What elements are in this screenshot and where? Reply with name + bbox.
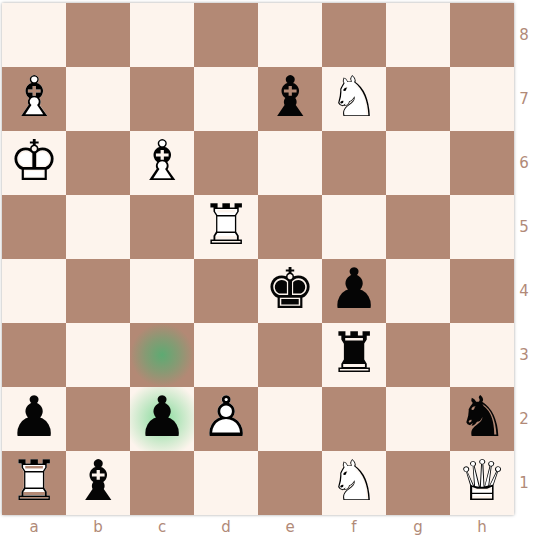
file-label-e: e	[258, 515, 322, 539]
white-knight-piece[interactable]: ♞♘	[322, 451, 386, 515]
square-g6[interactable]	[386, 131, 450, 195]
square-e2[interactable]	[258, 387, 322, 451]
file-label-h: h	[450, 515, 514, 539]
square-e8[interactable]	[258, 3, 322, 67]
square-h2[interactable]: ♞	[450, 387, 514, 451]
piece-glyph: ♟	[322, 257, 386, 321]
square-h5[interactable]	[450, 195, 514, 259]
square-c2[interactable]: ♟	[130, 387, 194, 451]
square-a4[interactable]	[2, 259, 66, 323]
piece-outline: ♔	[2, 129, 66, 193]
square-h7[interactable]	[450, 67, 514, 131]
square-e6[interactable]	[258, 131, 322, 195]
square-a2[interactable]: ♟	[2, 387, 66, 451]
square-d2[interactable]: ♟♙	[194, 387, 258, 451]
black-bishop-piece[interactable]: ♝	[258, 67, 322, 131]
black-rook-piece[interactable]: ♜	[322, 323, 386, 387]
square-e4[interactable]: ♚	[258, 259, 322, 323]
piece-glyph: ♜	[322, 321, 386, 385]
rank-label-3: 3	[515, 323, 533, 387]
square-d5[interactable]: ♜♖	[194, 195, 258, 259]
rank-label-5: 5	[515, 195, 533, 259]
square-b7[interactable]	[66, 67, 130, 131]
square-a8[interactable]	[2, 3, 66, 67]
square-b8[interactable]	[66, 3, 130, 67]
square-f1[interactable]: ♞♘	[322, 451, 386, 515]
square-d1[interactable]	[194, 451, 258, 515]
square-h1[interactable]: ♛♕	[450, 451, 514, 515]
square-a3[interactable]	[2, 323, 66, 387]
white-rook-piece[interactable]: ♜♖	[194, 195, 258, 259]
file-labels: abcdefgh	[2, 515, 514, 539]
piece-glyph: ♚	[258, 257, 322, 321]
piece-glyph: ♝	[258, 65, 322, 129]
chess-board: ♝♗♝♞♘♚♔♝♗♜♖♚♟♜♟♟♟♙♞♜♖♝♞♘♛♕	[2, 3, 514, 515]
piece-outline: ♙	[194, 385, 258, 449]
square-e7[interactable]: ♝	[258, 67, 322, 131]
file-label-f: f	[322, 515, 386, 539]
square-d8[interactable]	[194, 3, 258, 67]
piece-outline: ♕	[450, 449, 514, 513]
square-c6[interactable]: ♝♗	[130, 131, 194, 195]
square-h3[interactable]	[450, 323, 514, 387]
square-b3[interactable]	[66, 323, 130, 387]
square-c7[interactable]	[130, 67, 194, 131]
rank-label-8: 8	[515, 3, 533, 67]
square-e5[interactable]	[258, 195, 322, 259]
square-b4[interactable]	[66, 259, 130, 323]
square-b5[interactable]	[66, 195, 130, 259]
black-pawn-piece[interactable]: ♟	[322, 259, 386, 323]
square-d6[interactable]	[194, 131, 258, 195]
piece-outline: ♗	[130, 129, 194, 193]
piece-glyph: ♝	[66, 449, 130, 513]
piece-outline: ♗	[2, 65, 66, 129]
square-c1[interactable]	[130, 451, 194, 515]
black-bishop-piece[interactable]: ♝	[66, 451, 130, 515]
square-f8[interactable]	[322, 3, 386, 67]
square-g5[interactable]	[386, 195, 450, 259]
file-label-c: c	[130, 515, 194, 539]
square-f4[interactable]: ♟	[322, 259, 386, 323]
file-label-a: a	[2, 515, 66, 539]
piece-outline: ♘	[322, 449, 386, 513]
black-knight-piece[interactable]: ♞	[450, 387, 514, 451]
piece-glyph: ♟	[2, 385, 66, 449]
white-knight-piece[interactable]: ♞♘	[322, 67, 386, 131]
square-d4[interactable]	[194, 259, 258, 323]
file-label-g: g	[386, 515, 450, 539]
square-h4[interactable]	[450, 259, 514, 323]
square-g7[interactable]	[386, 67, 450, 131]
white-pawn-piece[interactable]: ♟♙	[194, 387, 258, 451]
square-f3[interactable]: ♜	[322, 323, 386, 387]
chess-app: ♝♗♝♞♘♚♔♝♗♜♖♚♟♜♟♟♟♙♞♜♖♝♞♘♛♕ 87654321 abcd…	[0, 0, 533, 539]
square-a5[interactable]	[2, 195, 66, 259]
square-a1[interactable]: ♜♖	[2, 451, 66, 515]
square-g8[interactable]	[386, 3, 450, 67]
rank-label-7: 7	[515, 67, 533, 131]
rank-label-6: 6	[515, 131, 533, 195]
white-king-piece[interactable]: ♚♔	[2, 131, 66, 195]
square-h8[interactable]	[450, 3, 514, 67]
square-d7[interactable]	[194, 67, 258, 131]
square-d3[interactable]	[194, 323, 258, 387]
square-f7[interactable]: ♞♘	[322, 67, 386, 131]
piece-glyph: ♞	[450, 385, 514, 449]
file-label-b: b	[66, 515, 130, 539]
rank-label-4: 4	[515, 259, 533, 323]
square-f5[interactable]	[322, 195, 386, 259]
square-g4[interactable]	[386, 259, 450, 323]
square-c3[interactable]	[130, 323, 194, 387]
square-h6[interactable]	[450, 131, 514, 195]
rank-label-2: 2	[515, 387, 533, 451]
square-e1[interactable]	[258, 451, 322, 515]
black-pawn-piece[interactable]: ♟	[130, 387, 194, 451]
square-a7[interactable]: ♝♗	[2, 67, 66, 131]
white-bishop-piece[interactable]: ♝♗	[130, 131, 194, 195]
piece-outline: ♘	[322, 65, 386, 129]
rank-labels: 87654321	[515, 3, 533, 515]
square-c8[interactable]	[130, 3, 194, 67]
square-b1[interactable]: ♝	[66, 451, 130, 515]
square-c4[interactable]	[130, 259, 194, 323]
black-pawn-piece[interactable]: ♟	[2, 387, 66, 451]
square-b2[interactable]	[66, 387, 130, 451]
file-label-d: d	[194, 515, 258, 539]
square-c5[interactable]	[130, 195, 194, 259]
piece-outline: ♖	[194, 193, 258, 257]
square-f2[interactable]	[322, 387, 386, 451]
white-bishop-piece[interactable]: ♝♗	[2, 67, 66, 131]
square-b6[interactable]	[66, 131, 130, 195]
white-queen-piece[interactable]: ♛♕	[450, 451, 514, 515]
square-f6[interactable]	[322, 131, 386, 195]
black-king-piece[interactable]: ♚	[258, 259, 322, 323]
square-g2[interactable]	[386, 387, 450, 451]
rank-label-1: 1	[515, 451, 533, 515]
white-rook-piece[interactable]: ♜♖	[2, 451, 66, 515]
piece-glyph: ♟	[130, 385, 194, 449]
square-g3[interactable]	[386, 323, 450, 387]
square-g1[interactable]	[386, 451, 450, 515]
square-a6[interactable]: ♚♔	[2, 131, 66, 195]
square-e3[interactable]	[258, 323, 322, 387]
piece-outline: ♖	[2, 449, 66, 513]
